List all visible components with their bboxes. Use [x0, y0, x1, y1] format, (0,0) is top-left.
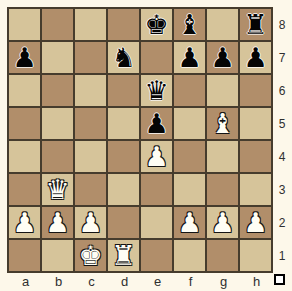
chessboard: ♚♝♜♟♞♟♟♟♛♟♝♟♛♟♟♟♟♟♟♚♜	[7, 7, 273, 273]
square-g2[interactable]: ♟	[207, 207, 238, 238]
square-h3[interactable]	[240, 174, 271, 205]
square-e5[interactable]: ♟	[141, 108, 172, 139]
square-f3[interactable]	[174, 174, 205, 205]
square-g8[interactable]	[207, 9, 238, 40]
square-h8[interactable]: ♜	[240, 9, 271, 40]
black-rook[interactable]: ♜	[243, 11, 267, 38]
file-label-b: b	[42, 274, 75, 290]
white-pawn[interactable]: ♟	[45, 209, 69, 236]
square-h2[interactable]: ♟	[240, 207, 271, 238]
rank-label-1: 1	[274, 240, 290, 273]
square-e6[interactable]: ♛	[141, 75, 172, 106]
square-b5[interactable]	[42, 108, 73, 139]
square-f2[interactable]: ♟	[174, 207, 205, 238]
file-labels: abcdefgh	[9, 274, 273, 290]
square-a4[interactable]	[9, 141, 40, 172]
square-d5[interactable]	[108, 108, 139, 139]
square-c6[interactable]	[75, 75, 106, 106]
square-b6[interactable]	[42, 75, 73, 106]
file-label-e: e	[141, 274, 174, 290]
square-f4[interactable]	[174, 141, 205, 172]
file-label-f: f	[174, 274, 207, 290]
white-to-move-indicator	[274, 274, 285, 285]
square-g7[interactable]: ♟	[207, 42, 238, 73]
rank-label-5: 5	[274, 108, 290, 141]
square-c7[interactable]	[75, 42, 106, 73]
file-label-a: a	[9, 274, 42, 290]
square-d3[interactable]	[108, 174, 139, 205]
square-g3[interactable]	[207, 174, 238, 205]
square-e2[interactable]	[141, 207, 172, 238]
white-bishop[interactable]: ♝	[210, 110, 234, 137]
square-f8[interactable]: ♝	[174, 9, 205, 40]
black-pawn[interactable]: ♟	[144, 110, 168, 137]
square-e8[interactable]: ♚	[141, 9, 172, 40]
file-label-h: h	[240, 274, 273, 290]
square-d8[interactable]	[108, 9, 139, 40]
white-pawn[interactable]: ♟	[243, 209, 267, 236]
square-h4[interactable]	[240, 141, 271, 172]
square-f7[interactable]: ♟	[174, 42, 205, 73]
square-b1[interactable]	[42, 240, 73, 271]
square-g4[interactable]	[207, 141, 238, 172]
black-king[interactable]: ♚	[144, 11, 168, 38]
square-e3[interactable]	[141, 174, 172, 205]
square-e4[interactable]: ♟	[141, 141, 172, 172]
square-c8[interactable]	[75, 9, 106, 40]
rank-label-2: 2	[274, 207, 290, 240]
white-pawn[interactable]: ♟	[144, 143, 168, 170]
square-h5[interactable]	[240, 108, 271, 139]
rank-label-7: 7	[274, 42, 290, 75]
square-f6[interactable]	[174, 75, 205, 106]
square-g1[interactable]	[207, 240, 238, 271]
square-c1[interactable]: ♚	[75, 240, 106, 271]
square-g6[interactable]	[207, 75, 238, 106]
square-a7[interactable]: ♟	[9, 42, 40, 73]
square-h7[interactable]: ♟	[240, 42, 271, 73]
square-h1[interactable]	[240, 240, 271, 271]
rank-label-4: 4	[274, 141, 290, 174]
square-a6[interactable]	[9, 75, 40, 106]
rank-label-8: 8	[274, 9, 290, 42]
square-c3[interactable]	[75, 174, 106, 205]
white-pawn[interactable]: ♟	[210, 209, 234, 236]
square-a8[interactable]	[9, 9, 40, 40]
black-pawn[interactable]: ♟	[243, 44, 267, 71]
file-label-g: g	[207, 274, 240, 290]
black-queen[interactable]: ♛	[144, 77, 168, 104]
black-pawn[interactable]: ♟	[12, 44, 36, 71]
white-king[interactable]: ♚	[78, 242, 102, 269]
square-c4[interactable]	[75, 141, 106, 172]
square-d2[interactable]	[108, 207, 139, 238]
square-a5[interactable]	[9, 108, 40, 139]
file-label-d: d	[108, 274, 141, 290]
black-pawn[interactable]: ♟	[210, 44, 234, 71]
square-g5[interactable]: ♝	[207, 108, 238, 139]
square-e1[interactable]	[141, 240, 172, 271]
square-c2[interactable]: ♟	[75, 207, 106, 238]
square-e7[interactable]	[141, 42, 172, 73]
rank-label-6: 6	[274, 75, 290, 108]
square-h6[interactable]	[240, 75, 271, 106]
white-pawn[interactable]: ♟	[177, 209, 201, 236]
square-b8[interactable]	[42, 9, 73, 40]
square-c5[interactable]	[75, 108, 106, 139]
square-b3[interactable]: ♛	[42, 174, 73, 205]
square-a1[interactable]	[9, 240, 40, 271]
square-b7[interactable]	[42, 42, 73, 73]
white-pawn[interactable]: ♟	[12, 209, 36, 236]
square-b4[interactable]	[42, 141, 73, 172]
white-queen[interactable]: ♛	[45, 176, 69, 203]
square-d4[interactable]	[108, 141, 139, 172]
square-a3[interactable]	[9, 174, 40, 205]
black-pawn[interactable]: ♟	[177, 44, 201, 71]
black-bishop[interactable]: ♝	[177, 11, 201, 38]
square-f5[interactable]	[174, 108, 205, 139]
file-label-c: c	[75, 274, 108, 290]
square-d7[interactable]: ♞	[108, 42, 139, 73]
rank-label-3: 3	[274, 174, 290, 207]
square-d6[interactable]	[108, 75, 139, 106]
white-pawn[interactable]: ♟	[78, 209, 102, 236]
square-d1[interactable]: ♜	[108, 240, 139, 271]
square-a2[interactable]: ♟	[9, 207, 40, 238]
rank-labels: 87654321	[274, 9, 290, 273]
white-rook[interactable]: ♜	[111, 242, 135, 269]
square-f1[interactable]	[174, 240, 205, 271]
square-b2[interactable]: ♟	[42, 207, 73, 238]
black-knight[interactable]: ♞	[111, 44, 135, 71]
